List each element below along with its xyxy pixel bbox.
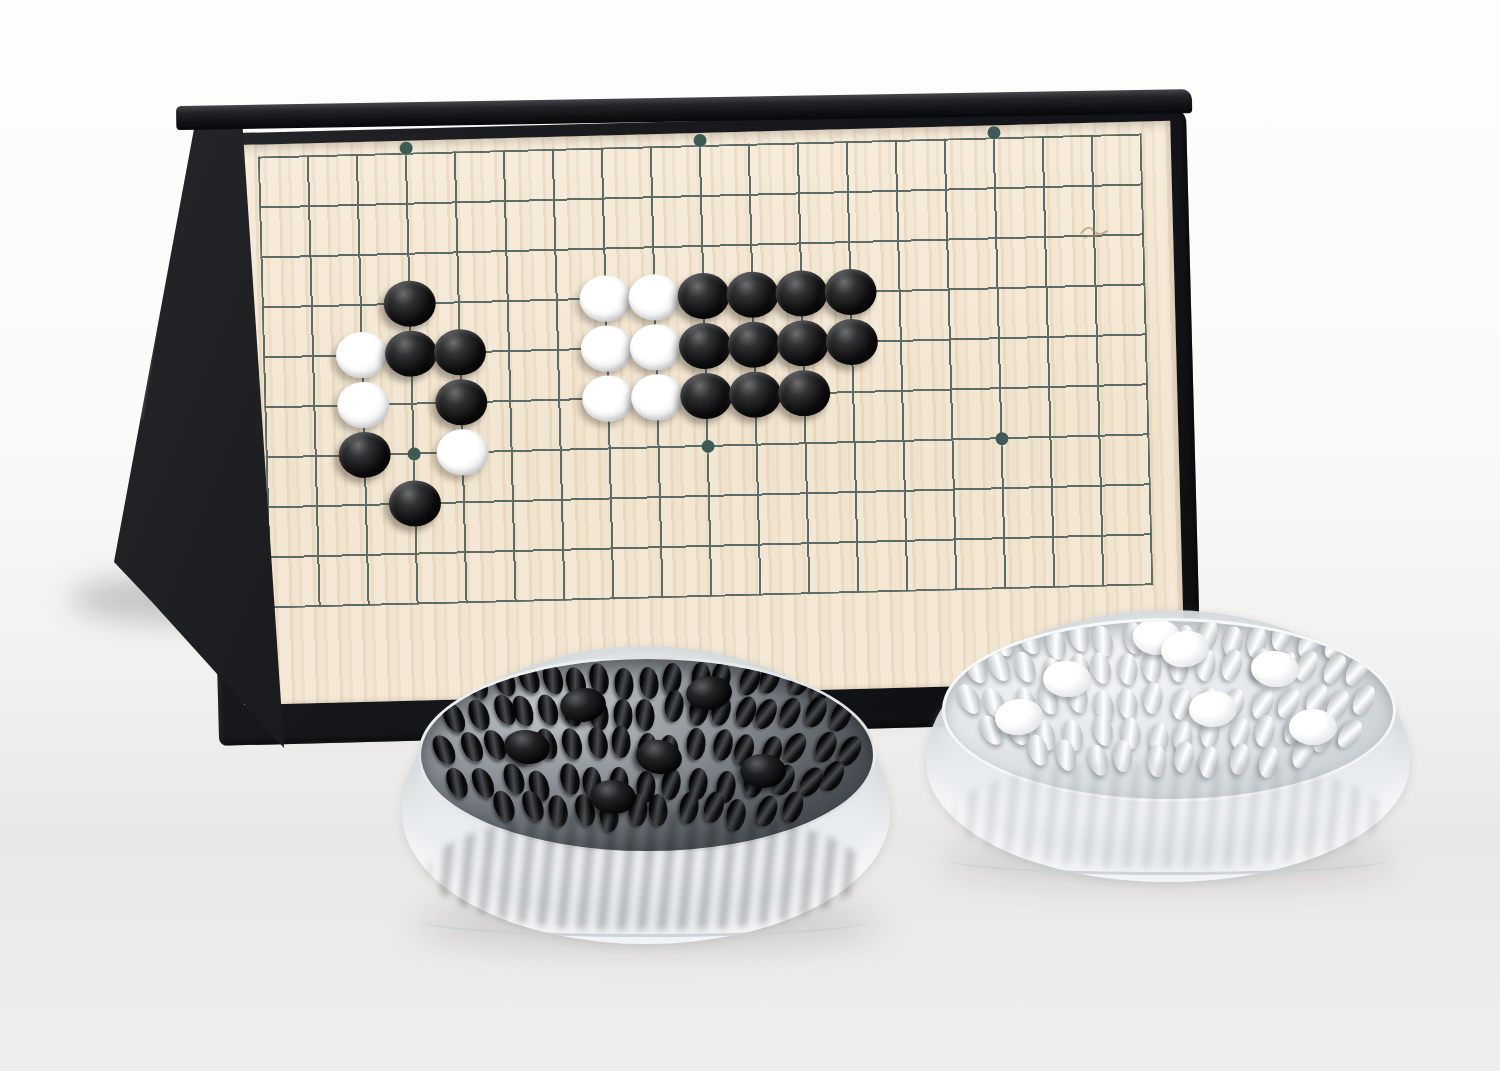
black-tray-lip	[422, 904, 871, 937]
black-tray-stone	[614, 667, 635, 700]
black-tray-stone	[779, 730, 811, 767]
white-tray-stone	[1117, 653, 1139, 687]
black-tray-stone	[456, 728, 487, 765]
black-tray-stone	[638, 666, 660, 700]
black-tray-stone	[427, 732, 459, 769]
product-photo-scene	[0, 0, 1500, 1071]
black-tray-stone	[557, 761, 582, 796]
white-tray-stone	[952, 680, 985, 717]
black-tray-stone	[509, 693, 538, 730]
black-stone-tray	[402, 646, 890, 944]
white-tray-stone	[1116, 686, 1140, 721]
white-tray-stone	[1268, 618, 1295, 653]
go-grid-lines	[258, 133, 1154, 608]
white-tray-stone-flat	[1189, 690, 1238, 727]
white-tray-stone	[1333, 715, 1367, 752]
black-tray-stone	[442, 764, 472, 801]
black-tray-stone	[825, 698, 855, 735]
black-tray-stone	[534, 692, 562, 728]
white-tray-stone	[1348, 682, 1379, 719]
black-tray-stone	[540, 661, 567, 697]
black-tray-stone	[611, 726, 631, 759]
panel-sheen	[141, 301, 163, 420]
white-tray-stone	[1219, 647, 1245, 683]
white-tray-stone	[1087, 650, 1114, 686]
black-tray-stone	[490, 663, 519, 700]
white-tray-stone	[960, 650, 991, 687]
white-tray-stone	[1043, 626, 1069, 662]
black-tray-stone	[634, 698, 655, 731]
white-tray-stone	[1010, 649, 1040, 686]
black-tray-stone	[801, 694, 831, 731]
black-tray-stone	[811, 728, 841, 765]
black-tray-stone	[585, 725, 610, 760]
black-tray-stone	[711, 728, 735, 763]
black-tray-stone	[663, 690, 685, 724]
scratch-mark	[1077, 218, 1112, 246]
black-tray-stone	[462, 666, 493, 703]
black-tray-stone	[438, 699, 469, 736]
white-tray-lip	[945, 842, 1390, 875]
black-tray-stone	[685, 728, 705, 761]
white-stone-tray	[926, 610, 1410, 882]
black-tray-stone	[558, 726, 585, 762]
black-tray-stone	[464, 696, 494, 733]
black-tray-stone	[776, 695, 806, 732]
white-tray-stone	[1143, 681, 1163, 713]
